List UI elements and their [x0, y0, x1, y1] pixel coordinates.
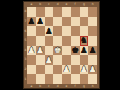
black-pawn-h4[interactable]: ♟ [89, 46, 97, 55]
black-pawn-c6[interactable]: ♟ [45, 26, 53, 35]
square-h7[interactable] [88, 17, 97, 27]
square-e7[interactable] [62, 17, 71, 27]
square-e5[interactable] [62, 36, 71, 46]
file-label-bottom-c: c [45, 84, 54, 88]
black-pawn-a7[interactable]: ♟ [28, 17, 36, 26]
square-e4[interactable] [62, 46, 71, 56]
white-pawn-a4[interactable]: ♟ [28, 46, 36, 55]
square-c7[interactable] [45, 17, 54, 27]
square-e1[interactable] [62, 74, 71, 84]
square-f6[interactable] [71, 26, 80, 36]
square-g7[interactable] [80, 17, 89, 27]
file-label-bottom-f: f [71, 84, 80, 88]
square-a1[interactable] [27, 74, 36, 84]
square-d3[interactable] [53, 55, 62, 65]
square-f3[interactable] [71, 55, 80, 65]
square-h8[interactable] [88, 7, 97, 17]
square-a5[interactable] [27, 36, 36, 46]
file-label-bottom-b: b [36, 84, 45, 88]
square-c1[interactable] [45, 74, 54, 84]
square-b8[interactable] [36, 7, 45, 17]
square-b3[interactable] [36, 55, 45, 65]
frame-right-edge-7 [97, 17, 99, 27]
frame-right-edge-5 [97, 36, 99, 46]
white-pawn-e2[interactable]: ♟ [63, 65, 71, 74]
frame-right-edge-2 [97, 65, 99, 75]
black-king-f4[interactable]: ♚ [71, 46, 79, 55]
square-g5[interactable]: ♞ [80, 36, 89, 46]
square-f2[interactable] [71, 65, 80, 75]
square-f8[interactable] [71, 7, 80, 17]
square-d7[interactable] [53, 17, 62, 27]
square-e6[interactable] [62, 26, 71, 36]
left-black-bar [0, 0, 24, 90]
frame-right-edge-4 [97, 46, 99, 56]
right-black-bar [99, 0, 120, 90]
file-label-bottom-h: h [88, 84, 97, 88]
square-f4[interactable]: ♚ [71, 46, 80, 56]
frame-right-edge-3 [97, 55, 99, 65]
white-pawn-c3[interactable]: ♟ [45, 55, 53, 64]
square-a4[interactable]: ♟ [27, 46, 36, 56]
square-c3[interactable]: ♟ [45, 55, 54, 65]
square-f5[interactable] [71, 36, 80, 46]
square-g4[interactable]: ♟ [80, 46, 89, 56]
square-b4[interactable]: ♟ [36, 46, 45, 56]
square-g2[interactable]: ♟ [80, 65, 89, 75]
frame-right-edge-1 [97, 74, 99, 84]
square-a2[interactable] [27, 65, 36, 75]
square-g6[interactable] [80, 26, 89, 36]
square-d5[interactable] [53, 36, 62, 46]
square-f7[interactable] [71, 17, 80, 27]
file-label-bottom-a: a [27, 84, 36, 88]
file-label-bottom-e: e [62, 84, 71, 88]
file-label-bottom-d: d [53, 84, 62, 88]
square-d2[interactable] [53, 65, 62, 75]
square-b1[interactable] [36, 74, 45, 84]
square-h1[interactable] [88, 74, 97, 84]
square-h2[interactable]: ♟ [88, 65, 97, 75]
square-g1[interactable] [80, 74, 89, 84]
square-d6[interactable] [53, 26, 62, 36]
square-d4[interactable]: ♚ [53, 46, 62, 56]
white-pawn-b4[interactable]: ♟ [36, 46, 44, 55]
square-a3[interactable] [27, 55, 36, 65]
square-g3[interactable] [80, 55, 89, 65]
square-f1[interactable] [71, 74, 80, 84]
square-c4[interactable] [45, 46, 54, 56]
square-h4[interactable]: ♟ [88, 46, 97, 56]
square-e3[interactable] [62, 55, 71, 65]
black-pawn-b7[interactable]: ♟ [36, 17, 44, 26]
square-g8[interactable] [80, 7, 89, 17]
square-e8[interactable] [62, 7, 71, 17]
square-b2[interactable] [36, 65, 45, 75]
white-king-d4[interactable]: ♚ [54, 46, 62, 55]
black-pawn-g4[interactable]: ♟ [80, 46, 88, 55]
square-d8[interactable] [53, 7, 62, 17]
square-a8[interactable] [27, 7, 36, 17]
frame-corner-bottom-right [97, 84, 99, 88]
square-a6[interactable] [27, 26, 36, 36]
frame-right-edge-6 [97, 26, 99, 36]
square-b6[interactable] [36, 26, 45, 36]
square-h3[interactable] [88, 55, 97, 65]
chessboard: abcdefgh87♟♟6♟5♞4♟♟♚♚♟♟3♟2♟♟♟1abcdefgh [24, 2, 99, 88]
square-h6[interactable] [88, 26, 97, 36]
square-b5[interactable] [36, 36, 45, 46]
white-pawn-h2[interactable]: ♟ [89, 65, 97, 74]
frame-right-edge-8 [97, 7, 99, 17]
square-b7[interactable]: ♟ [36, 17, 45, 27]
black-knight-g5[interactable]: ♞ [80, 36, 88, 45]
white-pawn-g2[interactable]: ♟ [80, 65, 88, 74]
square-e2[interactable]: ♟ [62, 65, 71, 75]
square-d1[interactable] [53, 74, 62, 84]
square-c8[interactable] [45, 7, 54, 17]
square-c6[interactable]: ♟ [45, 26, 54, 36]
square-c2[interactable] [45, 65, 54, 75]
square-h5[interactable] [88, 36, 97, 46]
square-a7[interactable]: ♟ [27, 17, 36, 27]
square-c5[interactable] [45, 36, 54, 46]
file-label-bottom-g: g [80, 84, 89, 88]
